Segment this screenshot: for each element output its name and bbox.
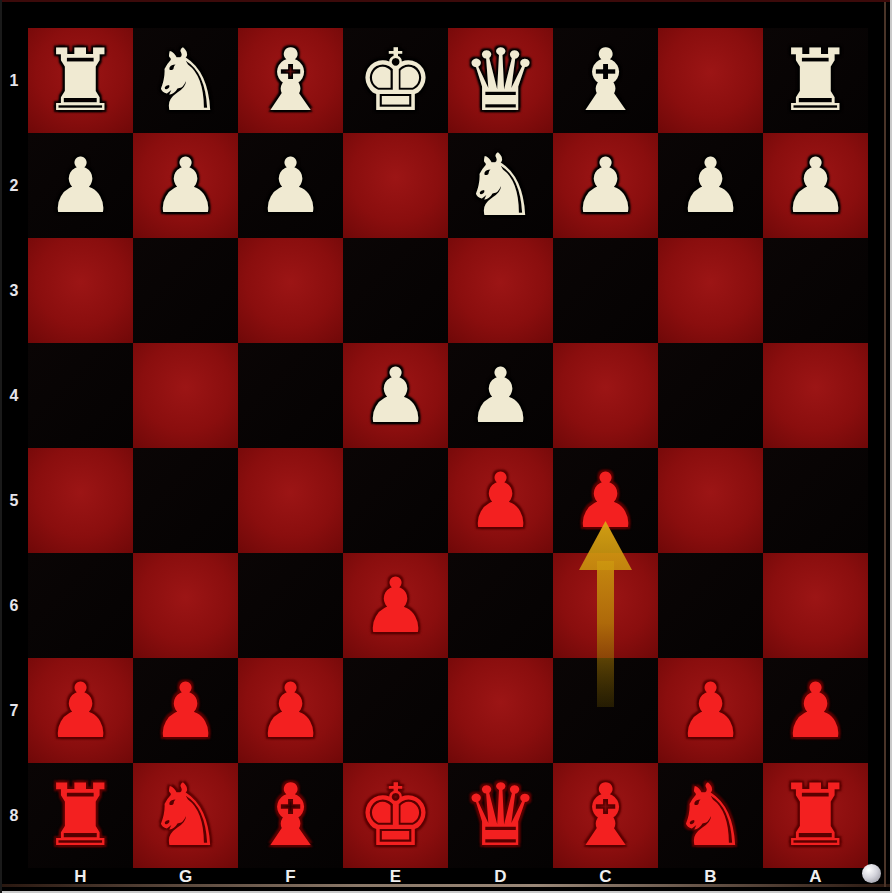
- piece-white-bishop: ♝: [252, 28, 329, 133]
- square-a7[interactable]: ♟: [763, 658, 868, 763]
- square-b5[interactable]: [658, 448, 763, 553]
- square-h8[interactable]: ♜: [28, 763, 133, 868]
- rank-label-6: 6: [2, 553, 26, 658]
- rank-label-4: 4: [2, 343, 26, 448]
- square-h5[interactable]: [28, 448, 133, 553]
- square-a3[interactable]: [763, 238, 868, 343]
- square-a1[interactable]: ♜: [763, 28, 868, 133]
- rank-label-8: 8: [2, 763, 26, 868]
- square-g5[interactable]: [133, 448, 238, 553]
- piece-red-pawn: ♟: [571, 448, 639, 553]
- rank-label-2: 2: [2, 133, 26, 238]
- square-f6[interactable]: [238, 553, 343, 658]
- square-d5[interactable]: ♟: [448, 448, 553, 553]
- square-c7[interactable]: [553, 658, 658, 763]
- square-e7[interactable]: [343, 658, 448, 763]
- square-f7[interactable]: ♟: [238, 658, 343, 763]
- piece-red-bishop: ♝: [252, 763, 329, 868]
- square-g1[interactable]: ♞: [133, 28, 238, 133]
- piece-white-bishop: ♝: [567, 28, 644, 133]
- piece-white-pawn: ♟: [676, 133, 744, 238]
- square-f4[interactable]: [238, 343, 343, 448]
- square-b8[interactable]: ♞: [658, 763, 763, 868]
- square-c6[interactable]: [553, 553, 658, 658]
- piece-red-pawn: ♟: [151, 658, 219, 763]
- square-g2[interactable]: ♟: [133, 133, 238, 238]
- square-b7[interactable]: ♟: [658, 658, 763, 763]
- rank-label-3: 3: [2, 238, 26, 343]
- square-a8[interactable]: ♜: [763, 763, 868, 868]
- square-h1[interactable]: ♜: [28, 28, 133, 133]
- rank-label-7: 7: [2, 658, 26, 763]
- square-e3[interactable]: [343, 238, 448, 343]
- square-h3[interactable]: [28, 238, 133, 343]
- piece-red-knight: ♞: [147, 763, 224, 868]
- piece-red-pawn: ♟: [781, 658, 849, 763]
- piece-red-pawn: ♟: [46, 658, 114, 763]
- square-f8[interactable]: ♝: [238, 763, 343, 868]
- rank-label-5: 5: [2, 448, 26, 553]
- piece-red-pawn: ♟: [256, 658, 324, 763]
- square-a5[interactable]: [763, 448, 868, 553]
- square-d6[interactable]: [448, 553, 553, 658]
- status-indicator-dot: [862, 864, 881, 883]
- piece-white-pawn: ♟: [571, 133, 639, 238]
- square-d7[interactable]: [448, 658, 553, 763]
- square-g7[interactable]: ♟: [133, 658, 238, 763]
- piece-red-king: ♚: [357, 763, 434, 868]
- rank-label-1: 1: [2, 28, 26, 133]
- square-c8[interactable]: ♝: [553, 763, 658, 868]
- square-h4[interactable]: [28, 343, 133, 448]
- piece-white-rook: ♜: [42, 28, 119, 133]
- square-b2[interactable]: ♟: [658, 133, 763, 238]
- square-g3[interactable]: [133, 238, 238, 343]
- window-right-bevel: [884, 2, 886, 887]
- piece-white-pawn: ♟: [151, 133, 219, 238]
- square-e1[interactable]: ♚: [343, 28, 448, 133]
- square-e6[interactable]: ♟: [343, 553, 448, 658]
- piece-white-pawn: ♟: [361, 343, 429, 448]
- square-e5[interactable]: [343, 448, 448, 553]
- square-c3[interactable]: [553, 238, 658, 343]
- piece-white-pawn: ♟: [256, 133, 324, 238]
- square-e8[interactable]: ♚: [343, 763, 448, 868]
- square-g8[interactable]: ♞: [133, 763, 238, 868]
- square-e4[interactable]: ♟: [343, 343, 448, 448]
- square-b1[interactable]: [658, 28, 763, 133]
- piece-white-pawn: ♟: [466, 343, 534, 448]
- piece-red-knight: ♞: [672, 763, 749, 868]
- piece-white-rook: ♜: [777, 28, 854, 133]
- square-a2[interactable]: ♟: [763, 133, 868, 238]
- board: ♜♞♝♚♛♝♜♟♟♟♞♟♟♟♟♟♟♟♟♟♟♟♟♟♜♞♝♚♛♝♞♜: [28, 28, 868, 868]
- square-c2[interactable]: ♟: [553, 133, 658, 238]
- piece-white-king: ♚: [357, 28, 434, 133]
- square-b3[interactable]: [658, 238, 763, 343]
- window-bottom-bevel: [2, 884, 890, 887]
- square-g6[interactable]: [133, 553, 238, 658]
- square-g4[interactable]: [133, 343, 238, 448]
- piece-red-pawn: ♟: [361, 553, 429, 658]
- square-f1[interactable]: ♝: [238, 28, 343, 133]
- piece-white-queen: ♛: [462, 28, 539, 133]
- square-b4[interactable]: [658, 343, 763, 448]
- piece-red-pawn: ♟: [466, 448, 534, 553]
- piece-red-bishop: ♝: [567, 763, 644, 868]
- piece-red-queen: ♛: [462, 763, 539, 868]
- square-d3[interactable]: [448, 238, 553, 343]
- chess-app-window: ♜♞♝♚♛♝♜♟♟♟♞♟♟♟♟♟♟♟♟♟♟♟♟♟♜♞♝♚♛♝♞♜ 1234567…: [0, 0, 892, 893]
- square-e2[interactable]: [343, 133, 448, 238]
- piece-red-rook: ♜: [42, 763, 119, 868]
- window-frame-left: [0, 0, 2, 893]
- square-a4[interactable]: [763, 343, 868, 448]
- square-d8[interactable]: ♛: [448, 763, 553, 868]
- square-c4[interactable]: [553, 343, 658, 448]
- square-c1[interactable]: ♝: [553, 28, 658, 133]
- square-f3[interactable]: [238, 238, 343, 343]
- square-d2[interactable]: ♞: [448, 133, 553, 238]
- piece-red-pawn: ♟: [676, 658, 744, 763]
- square-a6[interactable]: [763, 553, 868, 658]
- square-h7[interactable]: ♟: [28, 658, 133, 763]
- square-d4[interactable]: ♟: [448, 343, 553, 448]
- square-c5[interactable]: ♟: [553, 448, 658, 553]
- piece-white-pawn: ♟: [781, 133, 849, 238]
- piece-red-rook: ♜: [777, 763, 854, 868]
- square-f2[interactable]: ♟: [238, 133, 343, 238]
- square-f5[interactable]: [238, 448, 343, 553]
- square-d1[interactable]: ♛: [448, 28, 553, 133]
- window-frame-top: [0, 0, 892, 2]
- square-b6[interactable]: [658, 553, 763, 658]
- piece-white-pawn: ♟: [46, 133, 114, 238]
- square-h6[interactable]: [28, 553, 133, 658]
- square-h2[interactable]: ♟: [28, 133, 133, 238]
- piece-white-knight: ♞: [147, 28, 224, 133]
- piece-white-knight: ♞: [462, 133, 539, 238]
